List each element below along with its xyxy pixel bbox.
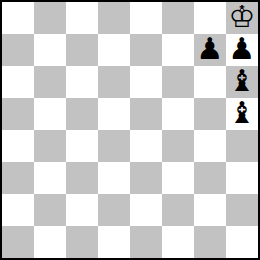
square-c1[interactable]: [66, 226, 98, 258]
square-e4[interactable]: [130, 130, 162, 162]
square-d7[interactable]: [98, 34, 130, 66]
black-bishop: ♝: [229, 66, 256, 97]
square-d3[interactable]: [98, 162, 130, 194]
chess-board: ♔♟♟♝♝: [0, 0, 260, 260]
square-a5[interactable]: [2, 98, 34, 130]
square-a3[interactable]: [2, 162, 34, 194]
board-grid: ♔♟♟♝♝: [2, 2, 258, 258]
square-c2[interactable]: [66, 194, 98, 226]
square-a2[interactable]: [2, 194, 34, 226]
square-d5[interactable]: [98, 98, 130, 130]
square-h5[interactable]: ♝: [226, 98, 258, 130]
square-h7[interactable]: ♟: [226, 34, 258, 66]
square-e8[interactable]: [130, 2, 162, 34]
black-pawn: ♟: [229, 34, 256, 65]
square-g1[interactable]: [194, 226, 226, 258]
square-c6[interactable]: [66, 66, 98, 98]
square-f2[interactable]: [162, 194, 194, 226]
square-f7[interactable]: [162, 34, 194, 66]
square-g5[interactable]: [194, 98, 226, 130]
square-g4[interactable]: [194, 130, 226, 162]
square-f5[interactable]: [162, 98, 194, 130]
square-c5[interactable]: [66, 98, 98, 130]
black-bishop: ♝: [229, 98, 256, 129]
square-f3[interactable]: [162, 162, 194, 194]
square-d6[interactable]: [98, 66, 130, 98]
square-d2[interactable]: [98, 194, 130, 226]
square-c7[interactable]: [66, 34, 98, 66]
square-e1[interactable]: [130, 226, 162, 258]
square-f6[interactable]: [162, 66, 194, 98]
square-f8[interactable]: [162, 2, 194, 34]
square-g3[interactable]: [194, 162, 226, 194]
square-a8[interactable]: [2, 2, 34, 34]
square-e5[interactable]: [130, 98, 162, 130]
square-b8[interactable]: [34, 2, 66, 34]
square-h3[interactable]: [226, 162, 258, 194]
square-h8[interactable]: ♔: [226, 2, 258, 34]
square-c3[interactable]: [66, 162, 98, 194]
square-h6[interactable]: ♝: [226, 66, 258, 98]
square-e6[interactable]: [130, 66, 162, 98]
square-e2[interactable]: [130, 194, 162, 226]
square-a4[interactable]: [2, 130, 34, 162]
square-c4[interactable]: [66, 130, 98, 162]
square-b1[interactable]: [34, 226, 66, 258]
black-pawn: ♟: [197, 34, 224, 65]
square-a1[interactable]: [2, 226, 34, 258]
square-g6[interactable]: [194, 66, 226, 98]
square-b3[interactable]: [34, 162, 66, 194]
square-h2[interactable]: [226, 194, 258, 226]
square-e7[interactable]: [130, 34, 162, 66]
square-c8[interactable]: [66, 2, 98, 34]
white-king: ♔: [229, 2, 256, 33]
square-d8[interactable]: [98, 2, 130, 34]
square-h1[interactable]: [226, 226, 258, 258]
square-f1[interactable]: [162, 226, 194, 258]
square-b4[interactable]: [34, 130, 66, 162]
square-a7[interactable]: [2, 34, 34, 66]
square-g2[interactable]: [194, 194, 226, 226]
square-g8[interactable]: [194, 2, 226, 34]
square-h4[interactable]: [226, 130, 258, 162]
square-b2[interactable]: [34, 194, 66, 226]
square-a6[interactable]: [2, 66, 34, 98]
square-g7[interactable]: ♟: [194, 34, 226, 66]
square-d4[interactable]: [98, 130, 130, 162]
square-b5[interactable]: [34, 98, 66, 130]
square-f4[interactable]: [162, 130, 194, 162]
square-e3[interactable]: [130, 162, 162, 194]
square-b7[interactable]: [34, 34, 66, 66]
square-d1[interactable]: [98, 226, 130, 258]
square-b6[interactable]: [34, 66, 66, 98]
